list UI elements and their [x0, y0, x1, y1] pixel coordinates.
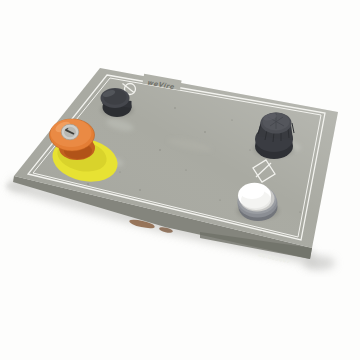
product-photo: weVire [0, 0, 360, 360]
control-panel-photo: weVire [0, 0, 360, 360]
keyhole-icon [61, 124, 79, 140]
